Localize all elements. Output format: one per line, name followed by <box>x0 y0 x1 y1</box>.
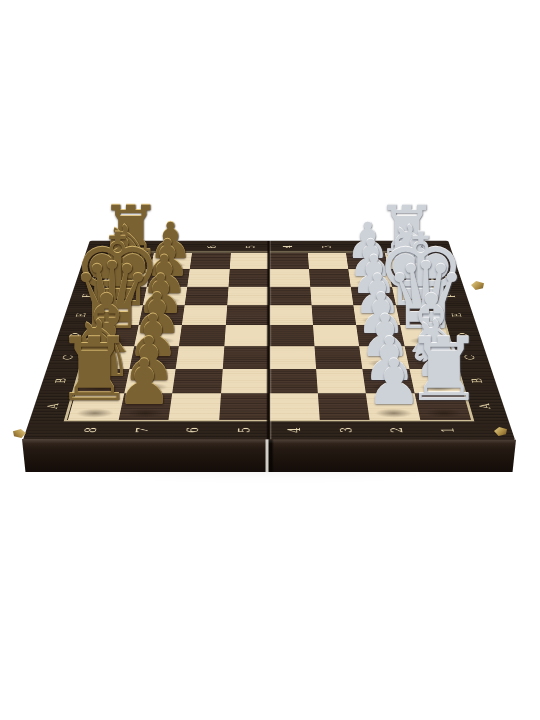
coord-right-F: F <box>432 287 469 306</box>
piece-shadow <box>111 279 143 285</box>
square-g6 <box>187 269 230 287</box>
fold-seam <box>266 241 272 441</box>
square-e3 <box>311 305 356 325</box>
square-a3 <box>317 393 370 419</box>
piece-shadow <box>395 279 427 285</box>
piece-shadow <box>367 359 403 367</box>
coord-top-3: 3 <box>307 241 346 253</box>
coord-top-6: 6 <box>192 241 231 253</box>
coord-bottom-4: 4 <box>269 419 321 440</box>
coord-right-H: H <box>423 253 458 269</box>
square-d5 <box>224 325 270 346</box>
coord-bottom-5: 5 <box>217 419 269 440</box>
square-h5 <box>229 253 269 270</box>
square-h3 <box>307 253 348 270</box>
coord-bottom-7: 7 <box>114 419 169 440</box>
coord-left-E: E <box>62 305 101 325</box>
coord-top-1: 1 <box>382 241 423 253</box>
piece-shadow <box>353 262 383 268</box>
square-b5 <box>221 369 270 394</box>
coord-right-D: D <box>443 325 483 346</box>
piece-shadow <box>404 317 438 324</box>
piece-shadow <box>136 359 172 367</box>
coord-bottom-6: 6 <box>166 419 219 440</box>
piece-shadow <box>101 317 135 324</box>
coord-top-5: 5 <box>231 241 269 253</box>
coord-bottom-2: 2 <box>369 419 424 440</box>
coord-left-H: H <box>80 253 115 269</box>
coord-top-8: 8 <box>115 241 156 253</box>
square-f6 <box>185 287 229 306</box>
piece-shadow <box>375 408 414 417</box>
square-h6 <box>190 253 231 270</box>
coord-bottom-8: 8 <box>62 419 118 440</box>
coord-right-E: E <box>438 305 477 325</box>
square-g3 <box>309 269 352 287</box>
coord-top-2: 2 <box>344 241 384 253</box>
piece-shadow <box>358 297 390 303</box>
square-a4 <box>269 393 320 419</box>
board-side-face <box>22 439 516 472</box>
coord-right-B: B <box>456 369 500 393</box>
piece-shadow <box>413 359 449 367</box>
coord-bottom-1: 1 <box>420 419 476 440</box>
piece-shadow <box>361 317 394 324</box>
square-b4 <box>269 369 318 394</box>
square-e4 <box>269 305 313 325</box>
piece-shadow <box>144 317 177 324</box>
square-g5 <box>228 269 269 287</box>
square-d4 <box>269 325 315 346</box>
square-f5 <box>227 287 270 306</box>
square-c5 <box>222 346 269 369</box>
coord-bottom-3: 3 <box>319 419 372 440</box>
piece-shadow <box>152 279 183 285</box>
coord-top-7: 7 <box>154 241 194 253</box>
piece-shadow <box>371 383 408 391</box>
square-g4 <box>269 269 310 287</box>
coord-left-D: D <box>54 325 94 346</box>
coord-right-C: C <box>449 346 491 369</box>
coord-top-4: 4 <box>269 241 307 253</box>
piece-shadow <box>424 408 463 417</box>
coord-right-G: G <box>428 269 464 286</box>
coord-left-G: G <box>74 269 110 286</box>
product-photo-stage: HHGGFFEEDDCCBBAA8877665544332211 ♜♞♝♛♚♝♞… <box>0 0 540 720</box>
piece-shadow <box>355 279 386 285</box>
square-h4 <box>269 253 309 270</box>
square-c4 <box>269 346 316 369</box>
square-d3 <box>313 325 360 346</box>
square-b6 <box>172 369 223 394</box>
square-e6 <box>182 305 227 325</box>
coord-left-C: C <box>47 346 89 369</box>
square-f3 <box>310 287 354 306</box>
square-f4 <box>269 287 312 306</box>
square-c3 <box>314 346 363 369</box>
chess-board: HHGGFFEEDDCCBBAA8877665544332211 <box>23 241 516 441</box>
square-d6 <box>179 325 226 346</box>
coord-left-A: A <box>30 393 76 419</box>
coord-left-F: F <box>68 287 105 306</box>
piece-shadow <box>125 408 164 417</box>
square-c6 <box>176 346 225 369</box>
square-a6 <box>169 393 222 419</box>
brass-clasp-icon <box>471 281 484 290</box>
square-e5 <box>225 305 269 325</box>
coord-left-B: B <box>39 369 83 393</box>
square-a5 <box>219 393 270 419</box>
coord-right-A: A <box>463 393 509 419</box>
square-b3 <box>316 369 367 394</box>
piece-shadow <box>364 337 399 344</box>
